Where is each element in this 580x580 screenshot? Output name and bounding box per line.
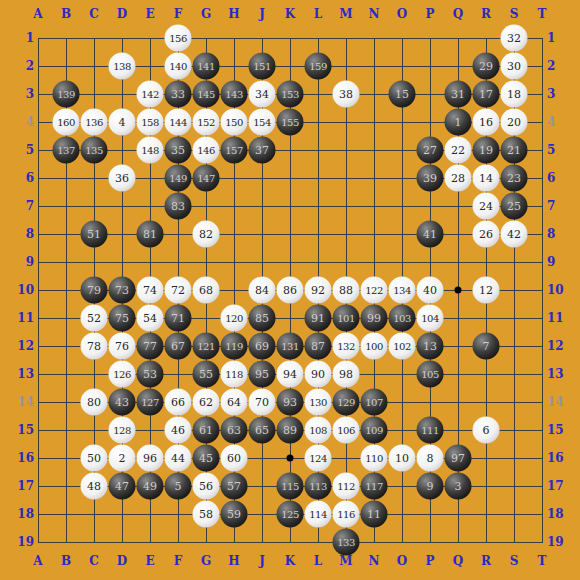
move-number: 100 [365,341,383,351]
move-number: 64 [227,397,241,408]
move-number: 158 [141,117,159,127]
white-stone-E5: 148 [137,137,164,164]
row-label: 16 [547,451,571,465]
black-stone-L17: 113 [305,473,332,500]
star-point [455,287,462,294]
move-number: 111 [421,425,439,435]
black-stone-F3: 33 [165,81,192,108]
white-stone-D4: 4 [109,109,136,136]
move-number: 23 [507,173,521,184]
move-number: 14 [479,173,493,184]
black-stone-S5: 21 [501,137,528,164]
move-number: 61 [199,425,213,436]
white-stone-O16: 10 [389,445,416,472]
white-stone-P11: 104 [417,305,444,332]
move-number: 118 [225,369,243,379]
white-stone-Q5: 22 [445,137,472,164]
move-number: 66 [171,397,185,408]
black-stone-P6: 39 [417,165,444,192]
white-stone-G14: 62 [193,389,220,416]
move-number: 153 [281,89,299,99]
move-number: 49 [143,481,157,492]
move-number: 126 [113,369,131,379]
white-stone-E4: 158 [137,109,164,136]
white-stone-S1: 32 [501,25,528,52]
white-stone-H14: 64 [221,389,248,416]
move-number: 4 [119,117,126,128]
black-stone-B5: 137 [53,137,80,164]
column-label: D [112,554,132,568]
black-stone-L11: 91 [305,305,332,332]
move-number: 36 [115,173,129,184]
move-number: 55 [199,369,213,380]
white-stone-D13: 126 [109,361,136,388]
move-number: 45 [199,453,213,464]
move-number: 148 [141,145,159,155]
move-number: 93 [283,397,297,408]
row-label: 1 [10,31,34,45]
black-stone-J15: 65 [249,417,276,444]
black-stone-Q17: 3 [445,473,472,500]
black-stone-M11: 101 [333,305,360,332]
move-number: 142 [141,89,159,99]
white-stone-J14: 70 [249,389,276,416]
move-number: 124 [309,453,327,463]
black-stone-N14: 107 [361,389,388,416]
move-number: 51 [87,229,101,240]
column-label: S [504,7,524,21]
row-label: 10 [547,283,571,297]
move-number: 132 [337,341,355,351]
row-label: 8 [547,227,571,241]
black-stone-D11: 75 [109,305,136,332]
black-stone-R12: 7 [473,333,500,360]
move-number: 97 [451,453,465,464]
white-stone-P10: 40 [417,277,444,304]
column-label: F [168,554,188,568]
move-number: 155 [281,117,299,127]
column-label: E [140,7,160,21]
column-label: S [504,554,524,568]
row-label: 4 [547,115,571,129]
column-label: J [252,7,272,21]
row-label: 2 [10,59,34,73]
black-stone-R5: 19 [473,137,500,164]
black-stone-L12: 87 [305,333,332,360]
move-number: 44 [171,453,185,464]
black-stone-E12: 77 [137,333,164,360]
row-label: 1 [547,31,571,45]
white-stone-F16: 44 [165,445,192,472]
column-label: K [280,7,300,21]
black-stone-G6: 147 [193,165,220,192]
move-number: 98 [339,369,353,380]
black-stone-G2: 141 [193,53,220,80]
row-label: 14 [547,395,571,409]
white-stone-D6: 36 [109,165,136,192]
move-number: 70 [255,397,269,408]
white-stone-F10: 72 [165,277,192,304]
black-stone-K3: 153 [277,81,304,108]
move-number: 73 [115,285,129,296]
column-label: E [140,554,160,568]
white-stone-P16: 8 [417,445,444,472]
white-stone-G4: 152 [193,109,220,136]
move-number: 115 [281,481,299,491]
move-number: 53 [143,369,157,380]
black-stone-H17: 57 [221,473,248,500]
white-stone-L13: 90 [305,361,332,388]
white-stone-Q6: 28 [445,165,472,192]
column-label: Q [448,554,468,568]
black-stone-H12: 119 [221,333,248,360]
black-stone-P5: 27 [417,137,444,164]
column-label: R [476,554,496,568]
move-number: 18 [507,89,521,100]
black-stone-H15: 63 [221,417,248,444]
row-label: 3 [547,87,571,101]
white-stone-F2: 140 [165,53,192,80]
white-stone-S2: 30 [501,53,528,80]
white-stone-C17: 48 [81,473,108,500]
go-board: ABCDEFGHJKLMNOPQRST ABCDEFGHJKLMNOPQRST … [0,0,580,580]
move-number: 144 [169,117,187,127]
column-label: K [280,554,300,568]
column-label: M [336,7,356,21]
row-label: 10 [10,283,34,297]
white-stone-N12: 100 [361,333,388,360]
move-number: 85 [255,313,269,324]
row-label: 6 [10,171,34,185]
white-stone-E10: 74 [137,277,164,304]
move-number: 40 [423,285,437,296]
black-stone-P8: 41 [417,221,444,248]
move-number: 54 [143,313,157,324]
black-stone-E13: 53 [137,361,164,388]
move-number: 140 [169,61,187,71]
white-stone-M12: 132 [333,333,360,360]
row-label: 14 [10,395,34,409]
black-stone-D14: 43 [109,389,136,416]
white-stone-R4: 16 [473,109,500,136]
black-stone-J13: 95 [249,361,276,388]
column-label: C [84,7,104,21]
column-label: L [308,554,328,568]
move-number: 17 [479,89,493,100]
move-number: 145 [197,89,215,99]
white-stone-M18: 116 [333,501,360,528]
move-number: 21 [507,145,521,156]
move-number: 29 [479,61,493,72]
column-label: Q [448,7,468,21]
move-number: 56 [199,481,213,492]
white-stone-S3: 18 [501,81,528,108]
move-number: 5 [175,481,182,492]
black-stone-L2: 159 [305,53,332,80]
white-stone-C4: 136 [81,109,108,136]
black-stone-C5: 135 [81,137,108,164]
row-label: 16 [10,451,34,465]
black-stone-C10: 79 [81,277,108,304]
column-label: F [168,7,188,21]
move-number: 6 [483,425,490,436]
move-number: 8 [427,453,434,464]
white-stone-H4: 150 [221,109,248,136]
move-number: 101 [337,313,355,323]
column-label: J [252,554,272,568]
move-number: 22 [451,145,465,156]
white-stone-E16: 96 [137,445,164,472]
row-label: 18 [10,507,34,521]
white-stone-H11: 120 [221,305,248,332]
column-label: H [224,7,244,21]
white-stone-F14: 66 [165,389,192,416]
black-stone-K12: 131 [277,333,304,360]
black-stone-G3: 145 [193,81,220,108]
row-label: 19 [547,535,571,549]
black-stone-J11: 85 [249,305,276,332]
move-number: 79 [87,285,101,296]
move-number: 121 [197,341,215,351]
move-number: 16 [479,117,493,128]
white-stone-L10: 92 [305,277,332,304]
black-stone-G15: 61 [193,417,220,444]
move-number: 114 [309,509,327,519]
move-number: 91 [311,313,325,324]
move-number: 47 [115,481,129,492]
move-number: 86 [283,285,297,296]
move-number: 94 [283,369,297,380]
black-stone-P13: 105 [417,361,444,388]
row-label: 19 [10,535,34,549]
black-stone-Q16: 97 [445,445,472,472]
move-number: 107 [365,397,383,407]
move-number: 80 [87,397,101,408]
column-label: L [308,7,328,21]
move-number: 138 [113,61,131,71]
move-number: 156 [169,33,187,43]
row-label: 7 [547,199,571,213]
column-label: T [532,7,552,21]
move-number: 81 [143,229,157,240]
black-stone-O3: 15 [389,81,416,108]
black-stone-C8: 51 [81,221,108,248]
column-label: G [196,7,216,21]
move-number: 32 [507,33,521,44]
move-number: 24 [479,201,493,212]
white-stone-R7: 24 [473,193,500,220]
move-number: 26 [479,229,493,240]
move-number: 87 [311,341,325,352]
move-number: 160 [57,117,75,127]
move-number: 139 [57,89,75,99]
move-number: 27 [423,145,437,156]
move-number: 150 [225,117,243,127]
black-stone-J5: 37 [249,137,276,164]
move-number: 39 [423,173,437,184]
move-number: 2 [119,453,126,464]
star-point [287,455,294,462]
move-number: 25 [507,201,521,212]
white-stone-C12: 78 [81,333,108,360]
move-number: 113 [309,481,327,491]
column-label: M [336,554,356,568]
row-label: 8 [10,227,34,241]
black-stone-O11: 103 [389,305,416,332]
white-stone-M15: 106 [333,417,360,444]
move-number: 141 [197,61,215,71]
move-number: 11 [367,509,381,520]
move-number: 103 [393,313,411,323]
black-stone-F7: 83 [165,193,192,220]
move-number: 129 [337,397,355,407]
row-label: 15 [10,423,34,437]
black-stone-E8: 81 [137,221,164,248]
white-stone-R6: 14 [473,165,500,192]
white-stone-M10: 88 [333,277,360,304]
white-stone-R10: 12 [473,277,500,304]
move-number: 135 [85,145,103,155]
move-number: 46 [171,425,185,436]
column-label: B [56,7,76,21]
move-number: 130 [309,397,327,407]
row-label: 9 [10,255,34,269]
row-label: 9 [547,255,571,269]
white-stone-L14: 130 [305,389,332,416]
move-number: 88 [339,285,353,296]
move-number: 20 [507,117,521,128]
white-stone-O10: 134 [389,277,416,304]
row-label: 13 [10,367,34,381]
white-stone-F1: 156 [165,25,192,52]
white-stone-G18: 58 [193,501,220,528]
white-stone-O12: 102 [389,333,416,360]
move-number: 71 [171,313,185,324]
move-number: 65 [255,425,269,436]
white-stone-E3: 142 [137,81,164,108]
white-stone-H16: 60 [221,445,248,472]
white-stone-N10: 122 [361,277,388,304]
column-label: A [28,554,48,568]
black-stone-K18: 125 [277,501,304,528]
move-number: 104 [421,313,439,323]
move-number: 120 [225,313,243,323]
black-stone-N17: 117 [361,473,388,500]
black-stone-Q4: 1 [445,109,472,136]
white-stone-S8: 42 [501,221,528,248]
move-number: 58 [199,509,213,520]
black-stone-F12: 67 [165,333,192,360]
column-label: D [112,7,132,21]
white-stone-J10: 84 [249,277,276,304]
move-number: 116 [337,509,355,519]
move-number: 38 [339,89,353,100]
white-stone-K13: 94 [277,361,304,388]
black-stone-F5: 35 [165,137,192,164]
row-label: 17 [547,479,571,493]
move-number: 125 [281,509,299,519]
move-number: 28 [451,173,465,184]
black-stone-P12: 13 [417,333,444,360]
white-stone-C11: 52 [81,305,108,332]
move-number: 48 [87,481,101,492]
black-stone-H3: 143 [221,81,248,108]
black-stone-E17: 49 [137,473,164,500]
white-stone-M3: 38 [333,81,360,108]
move-number: 59 [227,509,241,520]
white-stone-M13: 98 [333,361,360,388]
white-stone-L18: 114 [305,501,332,528]
black-stone-K17: 115 [277,473,304,500]
column-label: B [56,554,76,568]
white-stone-G8: 82 [193,221,220,248]
row-label: 11 [547,311,571,325]
column-label: C [84,554,104,568]
row-label: 12 [10,339,34,353]
white-stone-J3: 34 [249,81,276,108]
move-number: 137 [57,145,75,155]
black-stone-N18: 11 [361,501,388,528]
move-number: 117 [365,481,383,491]
move-number: 119 [225,341,243,351]
move-number: 159 [309,61,327,71]
move-number: 75 [115,313,129,324]
column-label: N [364,7,384,21]
move-number: 108 [309,425,327,435]
move-number: 74 [143,285,157,296]
move-number: 78 [87,341,101,352]
row-label: 15 [547,423,571,437]
move-number: 89 [283,425,297,436]
black-stone-G12: 121 [193,333,220,360]
move-number: 133 [337,537,355,547]
move-number: 147 [197,173,215,183]
move-number: 63 [227,425,241,436]
white-stone-F15: 46 [165,417,192,444]
black-stone-E14: 127 [137,389,164,416]
move-number: 131 [281,341,299,351]
move-number: 112 [337,481,355,491]
move-number: 69 [255,341,269,352]
white-stone-S4: 20 [501,109,528,136]
move-number: 35 [171,145,185,156]
white-stone-J4: 154 [249,109,276,136]
row-label: 6 [547,171,571,185]
move-number: 149 [169,173,187,183]
move-number: 7 [483,341,490,352]
black-stone-G16: 45 [193,445,220,472]
move-number: 154 [253,117,271,127]
black-stone-H5: 157 [221,137,248,164]
move-number: 15 [395,89,409,100]
column-label: A [28,7,48,21]
white-stone-D15: 128 [109,417,136,444]
white-stone-K10: 86 [277,277,304,304]
move-number: 157 [225,145,243,155]
row-label: 5 [547,143,571,157]
move-number: 106 [337,425,355,435]
move-number: 13 [423,341,437,352]
move-number: 42 [507,229,521,240]
move-number: 92 [311,285,325,296]
black-stone-P17: 9 [417,473,444,500]
move-number: 1 [455,117,462,128]
column-label: R [476,7,496,21]
move-number: 127 [141,397,159,407]
move-number: 41 [423,229,437,240]
black-stone-S6: 23 [501,165,528,192]
column-label: G [196,554,216,568]
